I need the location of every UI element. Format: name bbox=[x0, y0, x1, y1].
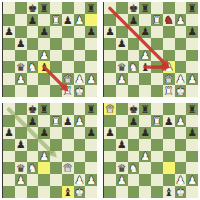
square-e5[interactable] bbox=[50, 38, 62, 50]
white-knight: ♞ bbox=[28, 163, 38, 174]
black-king: ♚ bbox=[129, 2, 139, 13]
square-c3[interactable]: ♞ bbox=[128, 162, 140, 174]
square-a5[interactable] bbox=[104, 139, 116, 151]
square-d8[interactable]: ♜ bbox=[38, 2, 50, 14]
white-pawn: ♟ bbox=[117, 73, 127, 84]
square-e4[interactable] bbox=[50, 151, 62, 163]
square-f3[interactable] bbox=[163, 162, 175, 174]
square-c1[interactable] bbox=[128, 85, 140, 97]
black-pawn: ♟ bbox=[86, 127, 96, 138]
square-e2[interactable] bbox=[50, 174, 62, 186]
square-g1[interactable]: ♚ bbox=[175, 186, 187, 198]
square-a5[interactable] bbox=[3, 38, 15, 50]
square-h6[interactable]: ♟ bbox=[85, 127, 97, 139]
square-e6[interactable] bbox=[50, 26, 62, 38]
square-h6[interactable]: ♟ bbox=[85, 26, 97, 38]
square-e4[interactable] bbox=[151, 151, 163, 163]
square-c3[interactable]: ♞ bbox=[128, 61, 140, 73]
black-rook: ♜ bbox=[140, 103, 150, 114]
square-g1[interactable]: ♚ bbox=[74, 186, 86, 198]
square-c3[interactable]: ♞ bbox=[27, 162, 39, 174]
square-a3[interactable] bbox=[3, 61, 15, 73]
black-pawn: ♟ bbox=[4, 26, 14, 37]
white-knight: ♞ bbox=[28, 62, 38, 73]
square-f5[interactable] bbox=[62, 139, 74, 151]
black-king: ♚ bbox=[28, 103, 38, 114]
square-h4[interactable] bbox=[186, 151, 198, 163]
white-pawn: ♟ bbox=[86, 174, 96, 185]
square-c5[interactable] bbox=[27, 139, 39, 151]
white-pawn: ♟ bbox=[16, 73, 26, 84]
white-rook: ♜ bbox=[152, 115, 162, 126]
white-pawn: ♟ bbox=[140, 151, 150, 162]
square-a3[interactable] bbox=[104, 61, 116, 73]
white-knight: ♞ bbox=[129, 163, 139, 174]
chess-board-top-right: ♚♜♜♟♜♞♟♟♟♟♟♟♛♞♝♟♟♛♟♟♜♚ bbox=[103, 2, 198, 97]
square-h8[interactable]: ♜ bbox=[186, 2, 198, 14]
square-b8[interactable] bbox=[15, 103, 27, 115]
white-pawn: ♟ bbox=[39, 151, 49, 162]
square-a5[interactable] bbox=[104, 38, 116, 50]
black-rook: ♜ bbox=[86, 103, 96, 114]
square-g4[interactable] bbox=[74, 50, 86, 62]
square-h5[interactable] bbox=[186, 38, 198, 50]
black-pawn: ♟ bbox=[16, 139, 26, 150]
square-d4[interactable]: ♟ bbox=[38, 151, 50, 163]
square-h1[interactable] bbox=[186, 186, 198, 198]
square-c6[interactable] bbox=[27, 127, 39, 139]
square-f4[interactable] bbox=[62, 50, 74, 62]
black-pawn: ♟ bbox=[117, 38, 127, 49]
white-pawn: ♟ bbox=[86, 73, 96, 84]
square-e1[interactable] bbox=[50, 186, 62, 198]
square-a6[interactable]: ♟ bbox=[3, 26, 15, 38]
square-e6[interactable] bbox=[50, 127, 62, 139]
square-f7[interactable]: ♟ bbox=[163, 115, 175, 127]
black-pawn: ♟ bbox=[129, 115, 139, 126]
square-h1[interactable] bbox=[85, 186, 97, 198]
chess-board-top-left: ♚♜♜♟♜♟♟♟♟♟♟♟♛♞♝♟♛♟♟♜♚ bbox=[2, 2, 97, 97]
black-king: ♚ bbox=[129, 103, 139, 114]
black-pawn: ♟ bbox=[28, 14, 38, 25]
square-h1[interactable] bbox=[186, 85, 198, 97]
black-pawn: ♟ bbox=[164, 115, 174, 126]
square-b1[interactable] bbox=[116, 85, 128, 97]
white-pawn: ♟ bbox=[140, 50, 150, 61]
square-g5[interactable] bbox=[175, 139, 187, 151]
square-a4[interactable] bbox=[3, 151, 15, 163]
black-pawn: ♟ bbox=[187, 26, 197, 37]
square-g7[interactable]: ♟ bbox=[74, 14, 86, 26]
square-g6[interactable] bbox=[175, 127, 187, 139]
square-f1[interactable]: ♜ bbox=[163, 85, 175, 97]
white-pawn: ♟ bbox=[117, 174, 127, 185]
square-c7[interactable]: ♟ bbox=[128, 115, 140, 127]
square-e1[interactable] bbox=[50, 85, 62, 97]
square-g4[interactable] bbox=[74, 151, 86, 163]
white-pawn: ♟ bbox=[176, 174, 186, 185]
square-a3[interactable] bbox=[104, 162, 116, 174]
square-b5[interactable]: ♟ bbox=[15, 139, 27, 151]
square-e2[interactable] bbox=[50, 73, 62, 85]
white-pawn: ♟ bbox=[176, 73, 186, 84]
white-rook: ♜ bbox=[51, 14, 61, 25]
square-f6[interactable] bbox=[62, 127, 74, 139]
square-g6[interactable] bbox=[74, 26, 86, 38]
square-a1[interactable] bbox=[104, 85, 116, 97]
square-b8[interactable] bbox=[116, 103, 128, 115]
square-g6[interactable] bbox=[74, 127, 86, 139]
black-pawn: ♟ bbox=[140, 127, 150, 138]
square-b7[interactable] bbox=[116, 14, 128, 26]
square-g5[interactable] bbox=[74, 139, 86, 151]
square-a4[interactable] bbox=[3, 50, 15, 62]
black-pawn: ♟ bbox=[105, 127, 115, 138]
white-queen: ♛ bbox=[63, 73, 73, 84]
black-rook: ♜ bbox=[187, 103, 197, 114]
square-e5[interactable] bbox=[50, 139, 62, 151]
square-b5[interactable]: ♟ bbox=[116, 38, 128, 50]
black-rook: ♜ bbox=[39, 2, 49, 13]
black-pawn: ♟ bbox=[187, 127, 197, 138]
square-d2[interactable] bbox=[38, 73, 50, 85]
square-e3[interactable] bbox=[151, 61, 163, 73]
square-a2[interactable] bbox=[104, 174, 116, 186]
black-queen: ♛ bbox=[16, 163, 26, 174]
white-rook: ♜ bbox=[63, 85, 73, 96]
black-bishop: ♝ bbox=[63, 186, 73, 197]
square-c1[interactable] bbox=[27, 186, 39, 198]
black-rook: ♜ bbox=[187, 2, 197, 13]
square-e1[interactable] bbox=[151, 186, 163, 198]
square-g5[interactable] bbox=[175, 38, 187, 50]
square-f5[interactable] bbox=[163, 139, 175, 151]
black-pawn: ♟ bbox=[16, 38, 26, 49]
square-d8[interactable]: ♜ bbox=[38, 103, 50, 115]
white-king: ♚ bbox=[176, 85, 186, 96]
red-knight: ♞ bbox=[164, 14, 174, 25]
square-d2[interactable] bbox=[139, 73, 151, 85]
square-a8[interactable]: ♛ bbox=[104, 103, 116, 115]
square-e6[interactable] bbox=[151, 127, 163, 139]
square-a4[interactable] bbox=[104, 50, 116, 62]
square-e7[interactable]: ♜ bbox=[151, 14, 163, 26]
square-d3[interactable]: ♝ bbox=[139, 61, 151, 73]
white-rook: ♜ bbox=[164, 85, 174, 96]
square-b8[interactable] bbox=[116, 2, 128, 14]
square-g6[interactable] bbox=[175, 26, 187, 38]
square-g7[interactable]: ♟ bbox=[74, 115, 86, 127]
white-pawn: ♟ bbox=[75, 115, 85, 126]
square-e5[interactable] bbox=[151, 139, 163, 151]
white-pawn: ♟ bbox=[16, 174, 26, 185]
square-b8[interactable] bbox=[15, 2, 27, 14]
square-a1[interactable] bbox=[3, 85, 15, 97]
square-h8[interactable]: ♜ bbox=[186, 103, 198, 115]
square-b2[interactable]: ♟ bbox=[116, 73, 128, 85]
square-f3[interactable]: ♛ bbox=[62, 162, 74, 174]
square-a8[interactable] bbox=[3, 103, 15, 115]
black-pawn: ♟ bbox=[140, 26, 150, 37]
square-a8[interactable] bbox=[104, 2, 116, 14]
square-d2[interactable] bbox=[139, 174, 151, 186]
square-a2[interactable] bbox=[3, 73, 15, 85]
black-pawn: ♟ bbox=[86, 26, 96, 37]
square-c1[interactable] bbox=[27, 85, 39, 97]
square-c2[interactable] bbox=[27, 73, 39, 85]
white-pawn: ♟ bbox=[39, 50, 49, 61]
square-c6[interactable] bbox=[27, 26, 39, 38]
square-d4[interactable]: ♟ bbox=[139, 151, 151, 163]
square-a8[interactable] bbox=[3, 2, 15, 14]
square-d3[interactable] bbox=[139, 162, 151, 174]
square-d1[interactable] bbox=[139, 85, 151, 97]
square-c2[interactable] bbox=[27, 174, 39, 186]
square-d6[interactable]: ♟ bbox=[139, 127, 151, 139]
black-pawn: ♟ bbox=[117, 139, 127, 150]
black-rook: ♜ bbox=[86, 2, 96, 13]
square-e2[interactable] bbox=[151, 174, 163, 186]
square-e4[interactable] bbox=[50, 50, 62, 62]
square-h5[interactable] bbox=[85, 139, 97, 151]
square-f7[interactable]: ♟ bbox=[62, 115, 74, 127]
square-a1[interactable] bbox=[3, 186, 15, 198]
black-queen: ♛ bbox=[16, 62, 26, 73]
square-a6[interactable]: ♟ bbox=[104, 26, 116, 38]
square-b1[interactable] bbox=[15, 186, 27, 198]
white-queen: ♛ bbox=[63, 163, 73, 174]
black-bishop: ♝ bbox=[39, 62, 49, 73]
square-h4[interactable] bbox=[186, 50, 198, 62]
square-e7[interactable]: ♜ bbox=[50, 115, 62, 127]
square-g4[interactable] bbox=[175, 151, 187, 163]
black-pawn: ♟ bbox=[105, 26, 115, 37]
square-a1[interactable] bbox=[104, 186, 116, 198]
white-rook: ♜ bbox=[152, 14, 162, 25]
square-a5[interactable] bbox=[3, 139, 15, 151]
square-e3[interactable] bbox=[50, 61, 62, 73]
square-d1[interactable] bbox=[139, 186, 151, 198]
white-queen: ♛ bbox=[105, 103, 115, 114]
square-a2[interactable] bbox=[104, 73, 116, 85]
white-pawn: ♟ bbox=[176, 115, 186, 126]
black-queen: ♛ bbox=[117, 163, 127, 174]
square-f6[interactable] bbox=[163, 26, 175, 38]
square-c5[interactable] bbox=[128, 38, 140, 50]
square-f4[interactable] bbox=[163, 151, 175, 163]
square-e1[interactable] bbox=[151, 85, 163, 97]
square-a6[interactable]: ♟ bbox=[3, 127, 15, 139]
square-e2[interactable] bbox=[151, 73, 163, 85]
square-h6[interactable]: ♟ bbox=[186, 26, 198, 38]
square-g1[interactable]: ♚ bbox=[175, 85, 187, 97]
white-pawn: ♟ bbox=[75, 14, 85, 25]
square-d6[interactable]: ♟ bbox=[139, 26, 151, 38]
white-king: ♚ bbox=[75, 186, 85, 197]
black-bishop: ♝ bbox=[140, 62, 150, 73]
square-c1[interactable] bbox=[128, 186, 140, 198]
square-a3[interactable] bbox=[3, 162, 15, 174]
white-pawn: ♟ bbox=[164, 62, 174, 73]
square-g7[interactable]: ♟ bbox=[175, 115, 187, 127]
black-pawn: ♟ bbox=[28, 115, 38, 126]
square-e3[interactable] bbox=[50, 162, 62, 174]
square-g7[interactable]: ♟ bbox=[175, 14, 187, 26]
white-queen: ♛ bbox=[164, 73, 174, 84]
square-e5[interactable] bbox=[151, 38, 163, 50]
square-h4[interactable] bbox=[85, 151, 97, 163]
black-pawn: ♟ bbox=[39, 26, 49, 37]
square-h2[interactable]: ♟ bbox=[186, 174, 198, 186]
square-c2[interactable] bbox=[128, 174, 140, 186]
square-g1[interactable]: ♚ bbox=[74, 85, 86, 97]
square-c3[interactable]: ♞ bbox=[27, 61, 39, 73]
square-b7[interactable] bbox=[116, 115, 128, 127]
square-c5[interactable] bbox=[27, 38, 39, 50]
square-f7[interactable]: ♟ bbox=[62, 14, 74, 26]
black-pawn: ♟ bbox=[129, 14, 139, 25]
square-c5[interactable] bbox=[128, 139, 140, 151]
square-c7[interactable]: ♟ bbox=[27, 115, 39, 127]
square-b5[interactable]: ♟ bbox=[116, 139, 128, 151]
square-g4[interactable] bbox=[175, 50, 187, 62]
square-c7[interactable]: ♟ bbox=[128, 14, 140, 26]
square-f1[interactable]: ♝ bbox=[62, 186, 74, 198]
square-f1[interactable]: ♝ bbox=[163, 186, 175, 198]
square-h2[interactable]: ♟ bbox=[85, 174, 97, 186]
square-c7[interactable]: ♟ bbox=[27, 14, 39, 26]
square-f7[interactable]: ♞ bbox=[163, 14, 175, 26]
square-f6[interactable] bbox=[163, 127, 175, 139]
chess-board-bottom-left: ♚♜♜♟♜♟♟♟♟♟♟♟♛♞♛♟♟♟♝♚ bbox=[2, 103, 97, 198]
square-d8[interactable]: ♜ bbox=[139, 2, 151, 14]
black-queen: ♛ bbox=[117, 62, 127, 73]
square-d2[interactable] bbox=[38, 174, 50, 186]
square-d8[interactable]: ♜ bbox=[139, 103, 151, 115]
square-a6[interactable]: ♟ bbox=[104, 127, 116, 139]
square-e7[interactable]: ♜ bbox=[151, 115, 163, 127]
black-rook: ♜ bbox=[39, 103, 49, 114]
square-h5[interactable] bbox=[186, 139, 198, 151]
chess-diagrams-collage: ♚♜♜♟♜♟♟♟♟♟♟♟♛♞♝♟♛♟♟♜♚ ♚♜♜♟♜♞♟♟♟♟♟♟♛♞♝♟♟♛… bbox=[0, 0, 200, 200]
square-e4[interactable] bbox=[151, 50, 163, 62]
square-f6[interactable] bbox=[62, 26, 74, 38]
black-rook: ♜ bbox=[140, 2, 150, 13]
square-f1[interactable]: ♜ bbox=[62, 85, 74, 97]
square-b7[interactable] bbox=[15, 14, 27, 26]
square-e3[interactable] bbox=[151, 162, 163, 174]
black-king: ♚ bbox=[28, 2, 38, 13]
square-d1[interactable] bbox=[38, 85, 50, 97]
square-h8[interactable]: ♜ bbox=[85, 103, 97, 115]
square-f5[interactable] bbox=[62, 38, 74, 50]
square-h2[interactable]: ♟ bbox=[186, 73, 198, 85]
black-pawn: ♟ bbox=[39, 127, 49, 138]
white-pawn: ♟ bbox=[75, 174, 85, 185]
square-b2[interactable]: ♟ bbox=[116, 174, 128, 186]
white-pawn: ♟ bbox=[75, 73, 85, 84]
square-d6[interactable]: ♟ bbox=[38, 127, 50, 139]
white-pawn: ♟ bbox=[176, 14, 186, 25]
square-c2[interactable] bbox=[128, 73, 140, 85]
black-pawn: ♟ bbox=[4, 127, 14, 138]
chess-board-bottom-right: ♛♚♜♜♟♜♟♟♟♟♟♟♟♛♞♟♟♟♝♚ bbox=[103, 103, 198, 198]
square-d1[interactable] bbox=[38, 186, 50, 198]
square-h2[interactable]: ♟ bbox=[85, 73, 97, 85]
square-h6[interactable]: ♟ bbox=[186, 127, 198, 139]
square-g5[interactable] bbox=[74, 38, 86, 50]
square-e6[interactable] bbox=[151, 26, 163, 38]
square-d6[interactable]: ♟ bbox=[38, 26, 50, 38]
square-a2[interactable] bbox=[3, 174, 15, 186]
white-pawn: ♟ bbox=[187, 73, 197, 84]
square-h5[interactable] bbox=[85, 38, 97, 50]
black-bishop: ♝ bbox=[164, 186, 174, 197]
white-king: ♚ bbox=[75, 85, 85, 96]
square-e7[interactable]: ♜ bbox=[50, 14, 62, 26]
white-king: ♚ bbox=[176, 186, 186, 197]
white-pawn: ♟ bbox=[187, 174, 197, 185]
square-b7[interactable] bbox=[15, 115, 27, 127]
square-d3[interactable] bbox=[38, 162, 50, 174]
square-b5[interactable]: ♟ bbox=[15, 38, 27, 50]
white-knight: ♞ bbox=[129, 62, 139, 73]
black-pawn: ♟ bbox=[63, 115, 73, 126]
black-pawn: ♟ bbox=[63, 14, 73, 25]
square-h1[interactable] bbox=[85, 85, 97, 97]
square-a4[interactable] bbox=[104, 151, 116, 163]
square-f5[interactable] bbox=[163, 38, 175, 50]
square-h8[interactable]: ♜ bbox=[85, 2, 97, 14]
square-h4[interactable] bbox=[85, 50, 97, 62]
square-c6[interactable] bbox=[128, 26, 140, 38]
square-b1[interactable] bbox=[116, 186, 128, 198]
white-rook: ♜ bbox=[51, 115, 61, 126]
square-b1[interactable] bbox=[15, 85, 27, 97]
square-b2[interactable]: ♟ bbox=[15, 73, 27, 85]
square-b2[interactable]: ♟ bbox=[15, 174, 27, 186]
square-d3[interactable]: ♝ bbox=[38, 61, 50, 73]
square-c6[interactable] bbox=[128, 127, 140, 139]
